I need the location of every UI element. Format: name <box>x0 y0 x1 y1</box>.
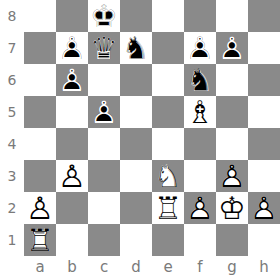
black-pawn-fill: ♟ <box>184 32 216 64</box>
square-b5[interactable] <box>56 96 88 128</box>
black-king: ♔ <box>88 0 120 32</box>
square-e7[interactable] <box>152 32 184 64</box>
square-f7[interactable]: ♟♙ <box>184 32 216 64</box>
square-e5[interactable] <box>152 96 184 128</box>
square-c3[interactable] <box>88 160 120 192</box>
black-pawn-fill: ♟ <box>88 96 120 128</box>
black-pawn: ♙ <box>184 32 216 64</box>
white-pawn-fill: ♟ <box>56 160 88 192</box>
square-e3[interactable]: ♞♘ <box>152 160 184 192</box>
square-b4[interactable] <box>56 128 88 160</box>
file-label-h: h <box>248 256 280 280</box>
black-pawn: ♙ <box>88 96 120 128</box>
white-pawn-fill: ♟ <box>216 160 248 192</box>
white-pawn: ♙ <box>24 192 56 224</box>
square-g5[interactable] <box>216 96 248 128</box>
square-a1[interactable]: ♜♖ <box>24 224 56 256</box>
square-h5[interactable] <box>248 96 280 128</box>
square-d4[interactable] <box>120 128 152 160</box>
white-king-fill: ♚ <box>216 192 248 224</box>
square-c2[interactable] <box>88 192 120 224</box>
square-f3[interactable] <box>184 160 216 192</box>
white-pawn-fill: ♟ <box>248 192 280 224</box>
square-f4[interactable] <box>184 128 216 160</box>
white-bishop: ♗ <box>184 96 216 128</box>
chess-board: 8♚♔7♟♙♛♕♞♘♟♙♟♙6♟♙♞♘5♟♙♝♗43♟♙♞♘♟♙2♟♙♜♖♟♙♚… <box>0 0 280 280</box>
square-f1[interactable] <box>184 224 216 256</box>
square-e1[interactable] <box>152 224 184 256</box>
square-g7[interactable]: ♟♙ <box>216 32 248 64</box>
square-e6[interactable] <box>152 64 184 96</box>
file-label-g: g <box>216 256 248 280</box>
white-pawn-fill: ♟ <box>184 192 216 224</box>
square-g8[interactable] <box>216 0 248 32</box>
square-e2[interactable]: ♜♖ <box>152 192 184 224</box>
white-king: ♔ <box>216 192 248 224</box>
square-d6[interactable] <box>120 64 152 96</box>
square-b6[interactable]: ♟♙ <box>56 64 88 96</box>
black-knight-fill: ♞ <box>184 64 216 96</box>
white-pawn: ♙ <box>248 192 280 224</box>
file-label-b: b <box>56 256 88 280</box>
black-knight: ♘ <box>184 64 216 96</box>
rank-label-6: 6 <box>0 64 24 96</box>
square-e4[interactable] <box>152 128 184 160</box>
square-d1[interactable] <box>120 224 152 256</box>
square-c8[interactable]: ♚♔ <box>88 0 120 32</box>
square-d3[interactable] <box>120 160 152 192</box>
black-knight-fill: ♞ <box>120 32 152 64</box>
square-d2[interactable] <box>120 192 152 224</box>
square-c1[interactable] <box>88 224 120 256</box>
square-g1[interactable] <box>216 224 248 256</box>
black-queen-fill: ♛ <box>88 32 120 64</box>
square-d8[interactable] <box>120 0 152 32</box>
square-a3[interactable] <box>24 160 56 192</box>
black-pawn: ♙ <box>216 32 248 64</box>
black-pawn-fill: ♟ <box>56 32 88 64</box>
square-h4[interactable] <box>248 128 280 160</box>
square-h2[interactable]: ♟♙ <box>248 192 280 224</box>
square-a8[interactable] <box>24 0 56 32</box>
square-h3[interactable] <box>248 160 280 192</box>
square-b7[interactable]: ♟♙ <box>56 32 88 64</box>
white-rook: ♖ <box>152 192 184 224</box>
square-h7[interactable] <box>248 32 280 64</box>
white-rook-fill: ♜ <box>24 224 56 256</box>
chess-diagram-app: 8♚♔7♟♙♛♕♞♘♟♙♟♙6♟♙♞♘5♟♙♝♗43♟♙♞♘♟♙2♟♙♜♖♟♙♚… <box>0 0 280 280</box>
square-b8[interactable] <box>56 0 88 32</box>
rank-label-8: 8 <box>0 0 24 32</box>
square-d7[interactable]: ♞♘ <box>120 32 152 64</box>
black-pawn-fill: ♟ <box>216 32 248 64</box>
square-b3[interactable]: ♟♙ <box>56 160 88 192</box>
square-f6[interactable]: ♞♘ <box>184 64 216 96</box>
square-a7[interactable] <box>24 32 56 64</box>
rank-label-5: 5 <box>0 96 24 128</box>
white-pawn: ♙ <box>56 160 88 192</box>
rank-label-3: 3 <box>0 160 24 192</box>
square-a4[interactable] <box>24 128 56 160</box>
white-knight: ♘ <box>152 160 184 192</box>
black-king-fill: ♚ <box>88 0 120 32</box>
white-pawn: ♙ <box>216 160 248 192</box>
file-label-c: c <box>88 256 120 280</box>
square-c4[interactable] <box>88 128 120 160</box>
square-g3[interactable]: ♟♙ <box>216 160 248 192</box>
square-d5[interactable] <box>120 96 152 128</box>
rank-label-2: 2 <box>0 192 24 224</box>
black-pawn: ♙ <box>56 64 88 96</box>
white-pawn-fill: ♟ <box>24 192 56 224</box>
file-label-f: f <box>184 256 216 280</box>
white-bishop-fill: ♝ <box>184 96 216 128</box>
square-f2[interactable]: ♟♙ <box>184 192 216 224</box>
square-h1[interactable] <box>248 224 280 256</box>
square-e8[interactable] <box>152 0 184 32</box>
black-pawn-fill: ♟ <box>56 64 88 96</box>
white-rook: ♖ <box>24 224 56 256</box>
square-g2[interactable]: ♚♔ <box>216 192 248 224</box>
rank-label-1: 1 <box>0 224 24 256</box>
square-h8[interactable] <box>248 0 280 32</box>
square-c6[interactable] <box>88 64 120 96</box>
square-c5[interactable]: ♟♙ <box>88 96 120 128</box>
square-f8[interactable] <box>184 0 216 32</box>
rank-label-4: 4 <box>0 128 24 160</box>
rank-label-7: 7 <box>0 32 24 64</box>
square-a5[interactable] <box>24 96 56 128</box>
square-b1[interactable] <box>56 224 88 256</box>
black-knight: ♘ <box>120 32 152 64</box>
white-knight-fill: ♞ <box>152 160 184 192</box>
square-g4[interactable] <box>216 128 248 160</box>
file-label-d: d <box>120 256 152 280</box>
white-rook-fill: ♜ <box>152 192 184 224</box>
square-c7[interactable]: ♛♕ <box>88 32 120 64</box>
black-pawn: ♙ <box>56 32 88 64</box>
file-label-e: e <box>152 256 184 280</box>
square-f5[interactable]: ♝♗ <box>184 96 216 128</box>
white-pawn: ♙ <box>184 192 216 224</box>
square-b2[interactable] <box>56 192 88 224</box>
square-a2[interactable]: ♟♙ <box>24 192 56 224</box>
square-a6[interactable] <box>24 64 56 96</box>
square-h6[interactable] <box>248 64 280 96</box>
board-corner-spacer <box>0 256 24 280</box>
black-queen: ♕ <box>88 32 120 64</box>
file-label-a: a <box>24 256 56 280</box>
square-g6[interactable] <box>216 64 248 96</box>
